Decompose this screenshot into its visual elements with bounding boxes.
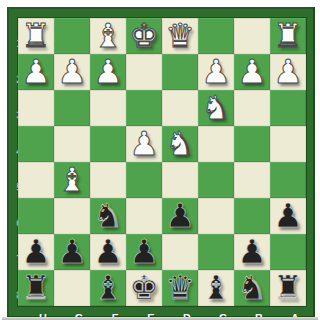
black-rook[interactable]: ♜ (273, 270, 303, 306)
square-f4[interactable] (90, 126, 126, 162)
square-h5[interactable] (18, 162, 54, 198)
black-pawn[interactable]: ♟ (21, 234, 51, 270)
square-a3[interactable] (270, 90, 306, 126)
square-d3[interactable] (162, 90, 198, 126)
white-bishop[interactable]: ♝ (57, 162, 87, 198)
square-a5[interactable] (270, 162, 306, 198)
square-b6[interactable] (234, 198, 270, 234)
black-pawn[interactable]: ♟ (129, 234, 159, 270)
square-a1[interactable]: ♜ (270, 18, 306, 54)
chessboard: ♜♝♚♛♜♟♟♟♟♟♟♞♟♞♝♞♟♟♟♟♟♟♟♜♝♚♛♝♞♜ (18, 18, 306, 306)
white-pawn[interactable]: ♟ (21, 54, 51, 90)
square-d6[interactable]: ♟ (162, 198, 198, 234)
square-f8[interactable]: ♝ (90, 270, 126, 306)
square-c8[interactable]: ♝ (198, 270, 234, 306)
square-b1[interactable] (234, 18, 270, 54)
square-e5[interactable] (126, 162, 162, 198)
square-b8[interactable]: ♞ (234, 270, 270, 306)
square-d1[interactable]: ♛ (162, 18, 198, 54)
square-g1[interactable] (54, 18, 90, 54)
black-rook[interactable]: ♜ (21, 270, 51, 306)
square-c5[interactable] (198, 162, 234, 198)
square-d2[interactable] (162, 54, 198, 90)
square-a7[interactable] (270, 234, 306, 270)
black-queen[interactable]: ♛ (165, 270, 195, 306)
square-e3[interactable] (126, 90, 162, 126)
square-h4[interactable] (18, 126, 54, 162)
square-d7[interactable] (162, 234, 198, 270)
square-c2[interactable]: ♟ (198, 54, 234, 90)
square-f1[interactable]: ♝ (90, 18, 126, 54)
white-pawn[interactable]: ♟ (201, 54, 231, 90)
white-pawn[interactable]: ♟ (93, 54, 123, 90)
square-e6[interactable] (126, 198, 162, 234)
black-bishop[interactable]: ♝ (93, 270, 123, 306)
square-b5[interactable] (234, 162, 270, 198)
square-g2[interactable]: ♟ (54, 54, 90, 90)
black-bishop[interactable]: ♝ (201, 270, 231, 306)
square-c7[interactable] (198, 234, 234, 270)
square-e7[interactable]: ♟ (126, 234, 162, 270)
white-queen[interactable]: ♛ (165, 18, 195, 54)
white-knight[interactable]: ♞ (165, 126, 195, 162)
square-b4[interactable] (234, 126, 270, 162)
square-f3[interactable] (90, 90, 126, 126)
white-pawn[interactable]: ♟ (273, 54, 303, 90)
square-a6[interactable]: ♟ (270, 198, 306, 234)
white-bishop[interactable]: ♝ (93, 18, 123, 54)
square-c6[interactable] (198, 198, 234, 234)
square-b3[interactable] (234, 90, 270, 126)
board-frame: 12345678 ♜♝♚♛♜♟♟♟♟♟♟♞♟♞♝♞♟♟♟♟♟♟♟♜♝♚♛♝♞♜ … (7, 7, 315, 318)
black-pawn[interactable]: ♟ (93, 234, 123, 270)
square-g7[interactable]: ♟ (54, 234, 90, 270)
square-e2[interactable] (126, 54, 162, 90)
square-a8[interactable]: ♜ (270, 270, 306, 306)
square-b7[interactable]: ♟ (234, 234, 270, 270)
black-knight[interactable]: ♞ (93, 198, 123, 234)
square-f5[interactable] (90, 162, 126, 198)
square-c1[interactable] (198, 18, 234, 54)
square-h6[interactable] (18, 198, 54, 234)
square-g3[interactable] (54, 90, 90, 126)
square-a2[interactable]: ♟ (270, 54, 306, 90)
square-b2[interactable]: ♟ (234, 54, 270, 90)
square-f7[interactable]: ♟ (90, 234, 126, 270)
white-knight[interactable]: ♞ (201, 90, 231, 126)
square-h2[interactable]: ♟ (18, 54, 54, 90)
square-d8[interactable]: ♛ (162, 270, 198, 306)
square-g8[interactable] (54, 270, 90, 306)
square-g4[interactable] (54, 126, 90, 162)
square-e4[interactable]: ♟ (126, 126, 162, 162)
black-pawn[interactable]: ♟ (165, 198, 195, 234)
square-c4[interactable] (198, 126, 234, 162)
square-f6[interactable]: ♞ (90, 198, 126, 234)
black-pawn[interactable]: ♟ (273, 198, 303, 234)
square-f2[interactable]: ♟ (90, 54, 126, 90)
black-pawn[interactable]: ♟ (57, 234, 87, 270)
white-rook[interactable]: ♜ (273, 18, 303, 54)
square-g6[interactable] (54, 198, 90, 234)
square-d5[interactable] (162, 162, 198, 198)
white-king[interactable]: ♚ (129, 18, 159, 54)
chess-diagram: 12345678 ♜♝♚♛♜♟♟♟♟♟♟♞♟♞♝♞♟♟♟♟♟♟♟♜♝♚♛♝♞♜ … (0, 0, 320, 320)
black-king[interactable]: ♚ (129, 270, 159, 306)
white-pawn[interactable]: ♟ (129, 126, 159, 162)
square-h7[interactable]: ♟ (18, 234, 54, 270)
black-knight[interactable]: ♞ (237, 270, 267, 306)
square-a4[interactable] (270, 126, 306, 162)
square-e1[interactable]: ♚ (126, 18, 162, 54)
white-pawn[interactable]: ♟ (237, 54, 267, 90)
square-c3[interactable]: ♞ (198, 90, 234, 126)
black-pawn[interactable]: ♟ (237, 234, 267, 270)
white-pawn[interactable]: ♟ (57, 54, 87, 90)
square-d4[interactable]: ♞ (162, 126, 198, 162)
square-e8[interactable]: ♚ (126, 270, 162, 306)
square-h1[interactable]: ♜ (18, 18, 54, 54)
square-h8[interactable]: ♜ (18, 270, 54, 306)
square-h3[interactable] (18, 90, 54, 126)
white-rook[interactable]: ♜ (21, 18, 51, 54)
square-g5[interactable]: ♝ (54, 162, 90, 198)
